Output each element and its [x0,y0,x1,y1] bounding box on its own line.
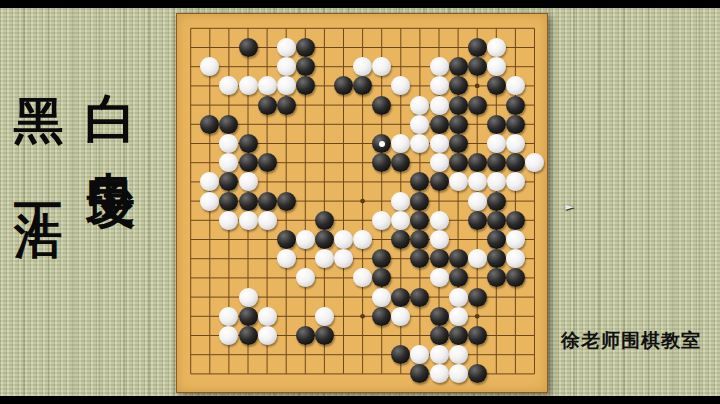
white-stone [277,57,296,76]
black-stone [487,249,506,268]
white-stone [239,172,258,191]
black-stone [315,326,334,345]
black-stone [468,211,487,230]
black-stone [449,76,468,95]
black-player-name: 丁浩 [15,166,63,180]
black-stone [239,153,258,172]
black-stone [449,96,468,115]
black-stone [239,38,258,57]
black-stone [487,192,506,211]
white-stone [430,268,449,287]
white-stone [391,192,410,211]
white-stone [315,307,334,326]
last-move-marker [379,141,385,147]
white-stone [258,211,277,230]
white-stone [430,345,449,364]
white-stone [391,211,410,230]
white-stone [449,307,468,326]
black-stone [468,288,487,307]
white-stone [430,96,449,115]
white-stone [430,134,449,153]
letterbox-bar-bottom [0,396,720,404]
white-stone [258,76,277,95]
white-stone [468,172,487,191]
white-stone [487,134,506,153]
black-stone [468,153,487,172]
white-stone [506,249,525,268]
white-stone [353,230,372,249]
channel-caption: 徐老师围棋教室 [561,328,701,354]
black-stone [487,153,506,172]
white-stone [410,96,429,115]
white-stone [449,288,468,307]
black-stone [296,326,315,345]
white-stone [449,345,468,364]
white-stone [430,153,449,172]
white-player-name: 申旻埈 [88,133,136,148]
black-stone [506,153,525,172]
black-stone [449,268,468,287]
black-stone [277,192,296,211]
black-stone [239,192,258,211]
black-stone [372,96,391,115]
white-stone [277,249,296,268]
white-stone [468,249,487,268]
white-stone [487,38,506,57]
white-stone [506,134,525,153]
white-stone [449,172,468,191]
black-stone [468,57,487,76]
white-stone [468,192,487,211]
white-stone [258,307,277,326]
letterbox-bar-top [0,0,720,8]
black-stone [430,172,449,191]
white-stone [334,230,353,249]
go-board[interactable] [176,13,548,393]
white-stone [200,192,219,211]
white-stone [430,57,449,76]
white-stone [430,364,449,383]
black-stone [506,115,525,134]
white-stone [239,211,258,230]
black-stone [506,211,525,230]
white-stone [449,364,468,383]
black-stone [410,192,429,211]
black-stone [296,57,315,76]
black-stone [410,288,429,307]
white-stone [506,230,525,249]
black-stone [258,192,277,211]
black-stone [200,115,219,134]
black-stone [430,326,449,345]
black-stone [219,192,238,211]
white-stone [430,230,449,249]
black-stone [430,249,449,268]
white-stone [372,211,391,230]
black-stone [468,38,487,57]
black-stone [487,230,506,249]
black-stone [372,307,391,326]
black-stone [449,153,468,172]
white-stone [487,57,506,76]
black-stone [239,307,258,326]
black-stone [449,115,468,134]
black-stone [468,96,487,115]
black-stone [487,115,506,134]
black-stone [430,307,449,326]
white-stone [430,76,449,95]
black-stone [506,96,525,115]
black-stone [468,364,487,383]
black-stone [315,211,334,230]
white-stone [315,249,334,268]
white-stone [258,326,277,345]
black-stone [449,326,468,345]
black-stone [277,96,296,115]
black-stone [258,96,277,115]
black-stone [391,288,410,307]
mouse-cursor-icon: ► [565,200,573,213]
black-stone [239,326,258,345]
black-stone [315,230,334,249]
black-stone [468,326,487,345]
white-stone [296,230,315,249]
black-stone [449,134,468,153]
white-stone [239,76,258,95]
white-stone [430,211,449,230]
black-stone [430,115,449,134]
white-stone [239,288,258,307]
black-stone [449,57,468,76]
black-stone [258,153,277,172]
black-stone [239,134,258,153]
black-stone [487,211,506,230]
black-stone [277,230,296,249]
white-stone [372,288,391,307]
black-stone [296,38,315,57]
white-stone [277,38,296,57]
video-frame: 黑 丁浩 白 申旻埈 徐老师围棋教室 ► [0,0,720,404]
white-stone [277,76,296,95]
black-stone [449,249,468,268]
white-stone [391,307,410,326]
